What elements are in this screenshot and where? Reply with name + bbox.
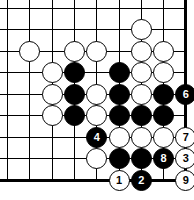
black-stone — [131, 105, 152, 126]
white-stone-move-9: 9 — [175, 170, 194, 191]
go-diagram: 64783129 — [0, 0, 194, 200]
black-stone — [109, 84, 130, 105]
black-stone — [109, 62, 130, 83]
black-stone — [153, 84, 174, 105]
go-board: 64783129 — [0, 0, 194, 200]
white-stone — [42, 84, 63, 105]
white-stone-move-7: 7 — [175, 127, 194, 148]
white-stone — [19, 41, 40, 62]
white-stone — [42, 105, 63, 126]
white-stone — [86, 41, 107, 62]
white-stone — [131, 19, 152, 40]
white-stone — [131, 62, 152, 83]
white-stone-move-1: 1 — [109, 170, 130, 191]
black-stone — [153, 105, 174, 126]
white-stone — [42, 62, 63, 83]
white-stone — [86, 105, 107, 126]
white-stone — [131, 41, 152, 62]
white-stone — [64, 41, 85, 62]
white-stone-move-3: 3 — [175, 148, 194, 169]
black-stone — [64, 105, 85, 126]
board-bottom-edge-line — [0, 179, 187, 182]
white-stone — [153, 127, 174, 148]
white-stone — [131, 84, 152, 105]
black-stone-move-8: 8 — [153, 148, 174, 169]
black-stone-move-6: 6 — [175, 84, 194, 105]
black-stone — [109, 148, 130, 169]
white-stone — [86, 148, 107, 169]
white-stone — [86, 84, 107, 105]
grid-vertical-line — [29, 0, 30, 182]
grid-horizontal-line — [0, 29, 187, 30]
black-stone — [109, 105, 130, 126]
white-stone — [109, 127, 130, 148]
white-stone — [131, 127, 152, 148]
grid-vertical-line — [7, 0, 8, 182]
white-stone — [153, 41, 174, 62]
black-stone — [64, 62, 85, 83]
black-stone-move-4: 4 — [86, 127, 107, 148]
black-stone — [131, 148, 152, 169]
black-stone — [64, 84, 85, 105]
grid-horizontal-line — [0, 8, 187, 9]
black-stone-move-2: 2 — [131, 170, 152, 191]
white-stone — [153, 62, 174, 83]
